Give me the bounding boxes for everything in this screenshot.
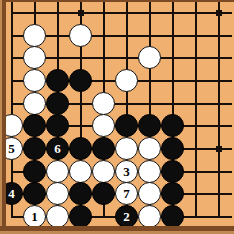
black-stone-c6r6 (115, 114, 138, 137)
grid-line-horizontal-1 (11, 12, 232, 14)
white-stone-c6r4 (115, 69, 138, 92)
white-stone-c5r5 (92, 92, 115, 115)
black-stone-c2r6 (23, 114, 46, 137)
black-stone-c4r4 (69, 69, 92, 92)
white-stone-c3r9 (46, 182, 69, 205)
star-point-2 (216, 10, 222, 16)
white-stone-c2r2 (23, 24, 46, 47)
white-stone-c7r3 (138, 46, 161, 69)
black-stone-c3r7: 6 (46, 137, 69, 160)
white-stone-c2r10: 1 (23, 205, 46, 228)
move-number-label-2: 2 (123, 210, 130, 223)
black-stone-c8r6 (161, 114, 184, 137)
black-stone-c7r6 (138, 114, 161, 137)
black-stone-c8r7 (161, 137, 184, 160)
white-stone-c3r10 (46, 205, 69, 228)
black-stone-c4r9 (69, 182, 92, 205)
black-stone-c2r9 (23, 182, 46, 205)
black-stone-c4r10 (69, 205, 92, 228)
board-frame-top (0, 0, 234, 2)
white-stone-c4r8 (69, 160, 92, 183)
white-stone-c6r9: 7 (115, 182, 138, 205)
board-frame-bottom-highlight (0, 231, 234, 234)
black-stone-c4r7 (69, 137, 92, 160)
star-point-3 (216, 146, 222, 152)
black-stone-c3r5 (46, 92, 69, 115)
white-stone-c7r9 (138, 182, 161, 205)
black-stone-c8r10 (161, 205, 184, 228)
white-stone-c2r5 (23, 92, 46, 115)
white-stone-c6r8: 3 (115, 160, 138, 183)
black-stone-c2r7 (23, 137, 46, 160)
black-stone-c8r9 (161, 182, 184, 205)
white-stone-c5r8 (92, 160, 115, 183)
black-stone-c8r8 (161, 160, 184, 183)
star-point-1 (78, 10, 84, 16)
move-number-label-4: 4 (8, 187, 15, 200)
black-stone-c6r10: 2 (115, 205, 138, 228)
black-stone-c5r9 (92, 182, 115, 205)
black-stone-c3r6 (46, 114, 69, 137)
move-number-label-6: 6 (54, 142, 61, 155)
move-number-label-5: 5 (8, 142, 15, 155)
white-stone-c7r7 (138, 137, 161, 160)
board-frame-left (2, 0, 6, 234)
white-stone-c7r10 (138, 205, 161, 228)
black-stone-c2r8 (23, 160, 46, 183)
black-stone-c5r7 (92, 137, 115, 160)
move-number-label-1: 1 (31, 210, 38, 223)
white-stone-c3r8 (46, 160, 69, 183)
white-stone-c4r2 (69, 24, 92, 47)
go-board-diagram: 5634712 (0, 0, 234, 234)
white-stone-c7r8 (138, 160, 161, 183)
move-number-label-7: 7 (123, 187, 130, 200)
white-stone-c2r3 (23, 46, 46, 69)
move-number-label-3: 3 (123, 165, 130, 178)
white-stone-c6r7 (115, 137, 138, 160)
black-stone-c3r4 (46, 69, 69, 92)
white-stone-c5r6 (92, 114, 115, 137)
white-stone-c2r4 (23, 69, 46, 92)
